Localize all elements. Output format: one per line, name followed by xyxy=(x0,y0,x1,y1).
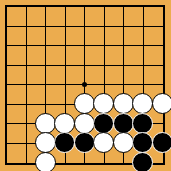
board-cell[interactable] xyxy=(124,27,144,47)
board-cell[interactable] xyxy=(27,144,47,164)
board-cell[interactable] xyxy=(124,7,144,27)
board-cell[interactable] xyxy=(124,46,144,66)
board-cell[interactable] xyxy=(27,105,47,125)
go-board-screenshot xyxy=(0,0,171,171)
board-cell[interactable] xyxy=(144,144,164,164)
board-cell[interactable] xyxy=(144,27,164,47)
board-cell[interactable] xyxy=(85,66,105,86)
board-cell[interactable] xyxy=(46,46,66,66)
board-cell[interactable] xyxy=(105,124,125,144)
board-cell[interactable] xyxy=(144,66,164,86)
board-cell[interactable] xyxy=(144,46,164,66)
board-cell[interactable] xyxy=(105,105,125,125)
board-cell[interactable] xyxy=(66,7,86,27)
board-cell[interactable] xyxy=(7,144,27,164)
board-cell[interactable] xyxy=(144,85,164,105)
board-cell[interactable] xyxy=(46,124,66,144)
board-cell[interactable] xyxy=(144,7,164,27)
board-cell[interactable] xyxy=(85,105,105,125)
board-cell[interactable] xyxy=(27,27,47,47)
board-cell[interactable] xyxy=(105,27,125,47)
board-cell[interactable] xyxy=(46,66,66,86)
board-cell[interactable] xyxy=(105,7,125,27)
board-cell[interactable] xyxy=(7,7,27,27)
board-cell[interactable] xyxy=(46,7,66,27)
board-cell[interactable] xyxy=(7,124,27,144)
board-cell[interactable] xyxy=(66,66,86,86)
board-cell[interactable] xyxy=(85,7,105,27)
board-cell[interactable] xyxy=(66,46,86,66)
board-cell[interactable] xyxy=(124,85,144,105)
board-cell[interactable] xyxy=(27,66,47,86)
go-board[interactable] xyxy=(5,5,165,165)
board-cell[interactable] xyxy=(144,124,164,144)
board-cell[interactable] xyxy=(105,46,125,66)
board-cell[interactable] xyxy=(66,105,86,125)
board-cell[interactable] xyxy=(124,66,144,86)
board-cell[interactable] xyxy=(144,105,164,125)
board-cell[interactable] xyxy=(46,144,66,164)
board-cell[interactable] xyxy=(7,85,27,105)
board-cell[interactable] xyxy=(105,66,125,86)
board-cell[interactable] xyxy=(7,105,27,125)
board-cell[interactable] xyxy=(27,85,47,105)
board-cell[interactable] xyxy=(7,46,27,66)
board-cell[interactable] xyxy=(85,85,105,105)
board-cell[interactable] xyxy=(46,105,66,125)
board-cell[interactable] xyxy=(85,46,105,66)
board-cell[interactable] xyxy=(105,85,125,105)
board-cell[interactable] xyxy=(66,144,86,164)
board-cell[interactable] xyxy=(85,124,105,144)
board-cell[interactable] xyxy=(66,27,86,47)
board-cell[interactable] xyxy=(7,66,27,86)
board-cell[interactable] xyxy=(27,46,47,66)
board-cell[interactable] xyxy=(85,27,105,47)
board-cell[interactable] xyxy=(27,124,47,144)
board-cell[interactable] xyxy=(27,7,47,27)
board-cell[interactable] xyxy=(85,144,105,164)
board-cell[interactable] xyxy=(124,124,144,144)
board-cell[interactable] xyxy=(46,27,66,47)
board-cell[interactable] xyxy=(124,105,144,125)
board-cell[interactable] xyxy=(7,27,27,47)
board-cell[interactable] xyxy=(66,124,86,144)
board-cell[interactable] xyxy=(66,85,86,105)
board-cell[interactable] xyxy=(124,144,144,164)
board-cell[interactable] xyxy=(46,85,66,105)
board-cell[interactable] xyxy=(105,144,125,164)
